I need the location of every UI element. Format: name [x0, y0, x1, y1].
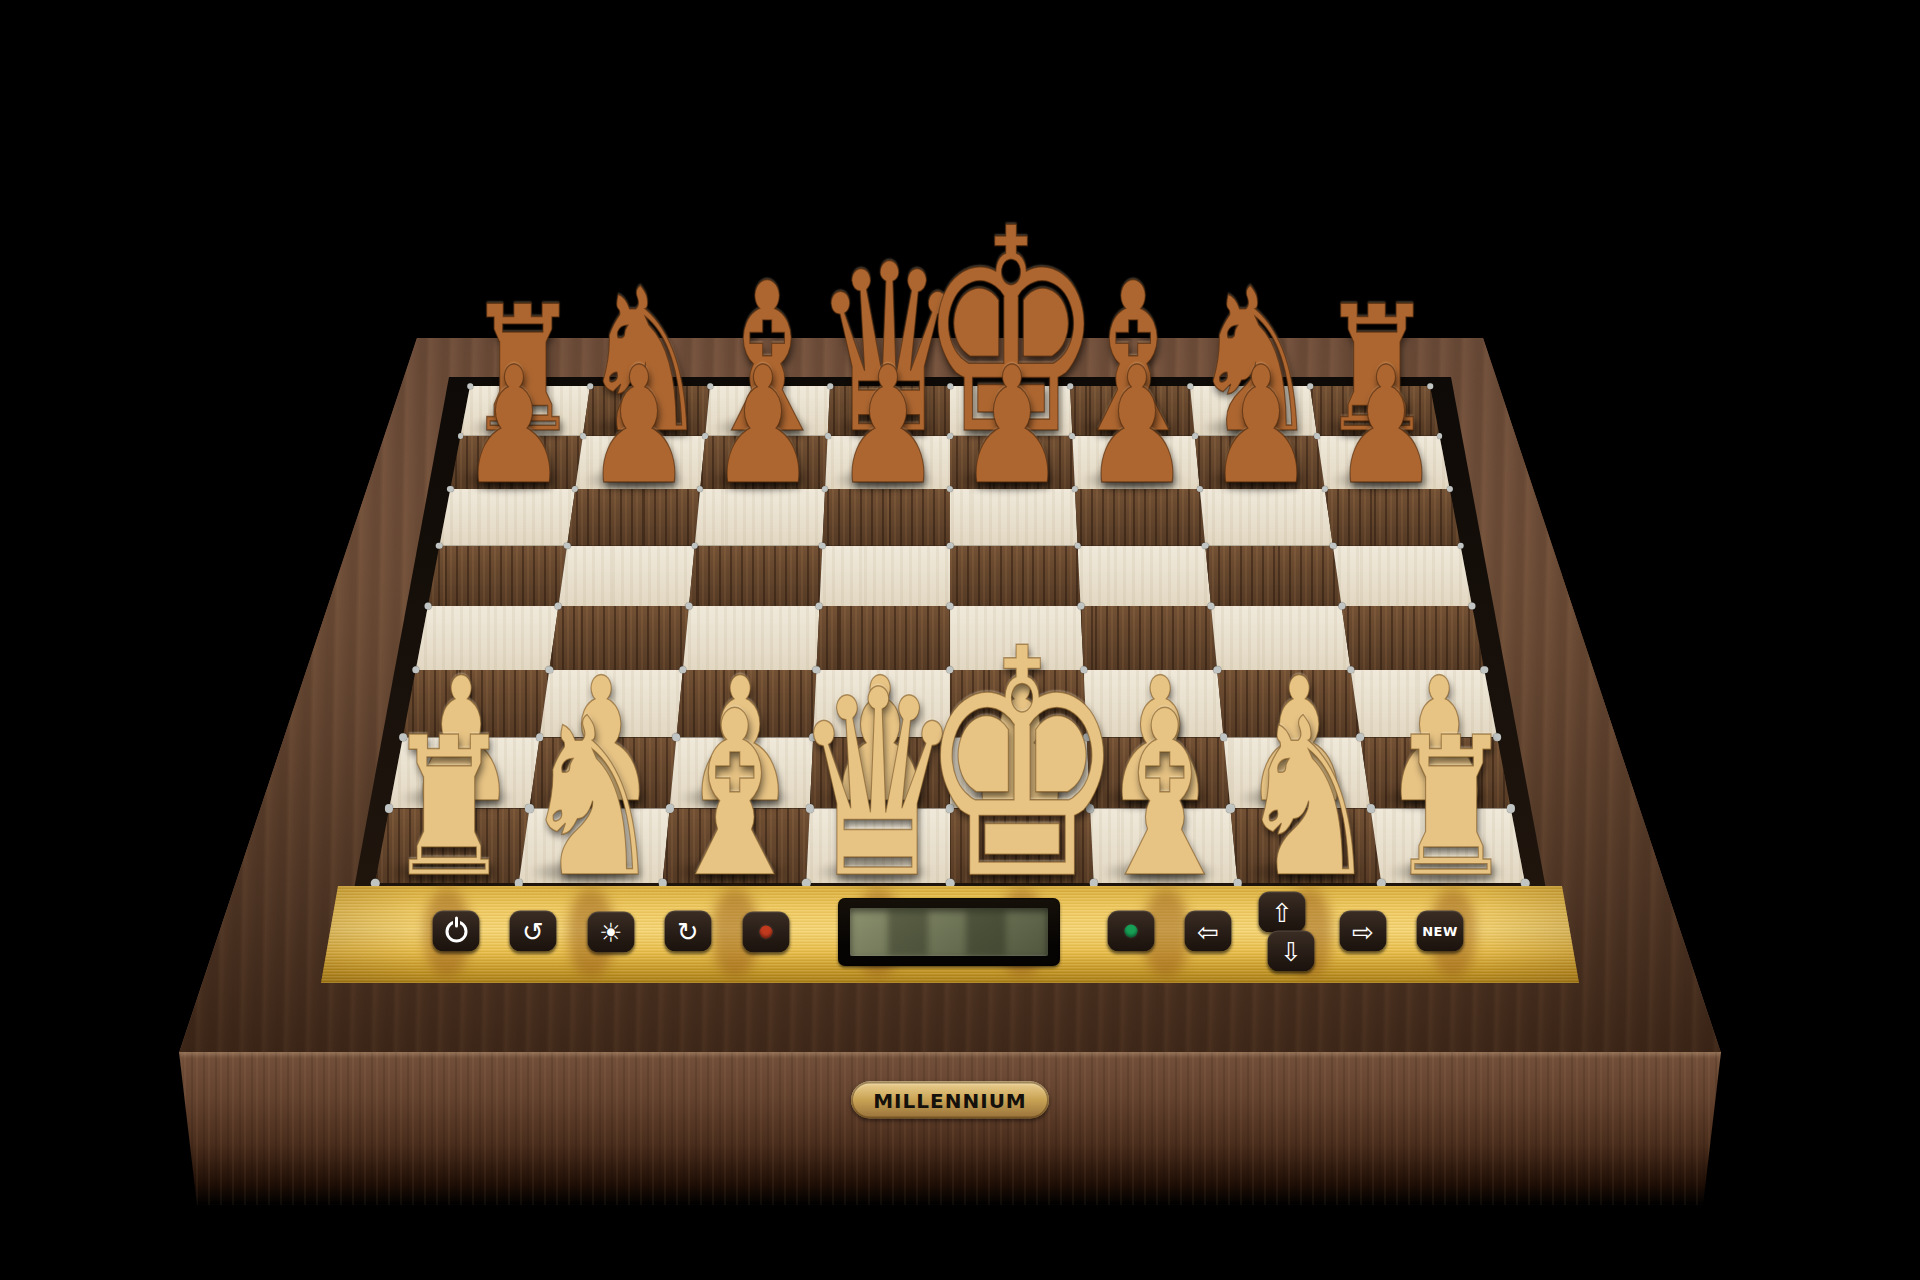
piece-white-knight-b1[interactable]: ♞ [520, 689, 665, 907]
led-dot [819, 542, 826, 549]
piece-brown-pawn-h7[interactable]: ♟ [1332, 345, 1439, 507]
led-dot [1338, 603, 1345, 610]
piece-white-rook-h1[interactable]: ♜ [1388, 711, 1515, 903]
piece-white-knight-g1[interactable]: ♞ [1236, 689, 1381, 907]
square-b5[interactable] [558, 546, 694, 606]
millennium-chess-computer: MILLENNIUM ↺☀↻⇦⇧⇩⇨NEW ♜♞♝♛♚♝♞♜♟♟♟♟♟♟♟♟♟♟… [0, 0, 1920, 1280]
led-dot [947, 542, 954, 549]
front-panel [179, 1052, 1721, 1205]
down-arrow-icon: ⇩ [1280, 938, 1302, 964]
led-dot [1074, 542, 1081, 549]
square-a5[interactable] [428, 546, 567, 606]
new-button-label: NEW [1422, 924, 1458, 939]
piece-brown-pawn-c7[interactable]: ♟ [709, 345, 816, 507]
piece-brown-pawn-b7[interactable]: ♟ [585, 345, 692, 507]
piece-brown-pawn-g7[interactable]: ♟ [1208, 345, 1315, 507]
led-dot [1208, 603, 1215, 610]
piece-brown-pawn-f7[interactable]: ♟ [1083, 345, 1190, 507]
piece-brown-pawn-d7[interactable]: ♟ [834, 345, 941, 507]
power-icon [445, 920, 467, 942]
led-dot [555, 603, 562, 610]
led-dot [816, 603, 823, 610]
led-dot [1330, 542, 1337, 549]
led-dot [685, 603, 692, 610]
led-dot [1521, 879, 1530, 888]
piece-white-bishop-c1[interactable]: ♝ [659, 681, 810, 909]
piece-white-bishop-f1[interactable]: ♝ [1089, 681, 1240, 909]
square-g5[interactable] [1205, 546, 1341, 606]
led-dot [436, 542, 443, 549]
led-dot [691, 542, 698, 549]
piece-brown-pawn-e7[interactable]: ♟ [959, 345, 1066, 507]
piece-white-rook-a1[interactable]: ♜ [385, 711, 512, 903]
down-arrow-button[interactable]: ⇩ [1268, 931, 1315, 972]
brand-logo: MILLENNIUM [873, 1088, 1027, 1112]
led-dot [564, 542, 571, 549]
square-c5[interactable] [689, 546, 822, 606]
piece-brown-pawn-a7[interactable]: ♟ [460, 345, 567, 507]
square-h5[interactable] [1333, 546, 1472, 606]
led-dot [1469, 603, 1476, 610]
brand-plaque: MILLENNIUM [851, 1082, 1049, 1119]
led-dot [1457, 542, 1464, 549]
led-dot [424, 603, 431, 610]
led-dot [1202, 542, 1209, 549]
led-dot [371, 879, 380, 888]
